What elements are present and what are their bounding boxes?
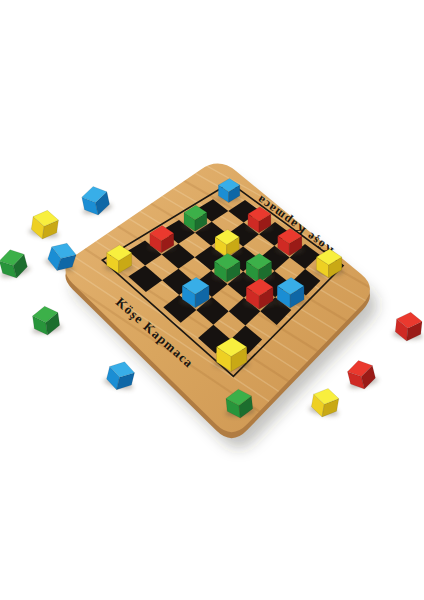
product-photo: Köşe Kapmaca Köşe Kapmaca — [0, 0, 424, 600]
game-scene: Köşe Kapmaca Köşe Kapmaca — [0, 0, 424, 600]
